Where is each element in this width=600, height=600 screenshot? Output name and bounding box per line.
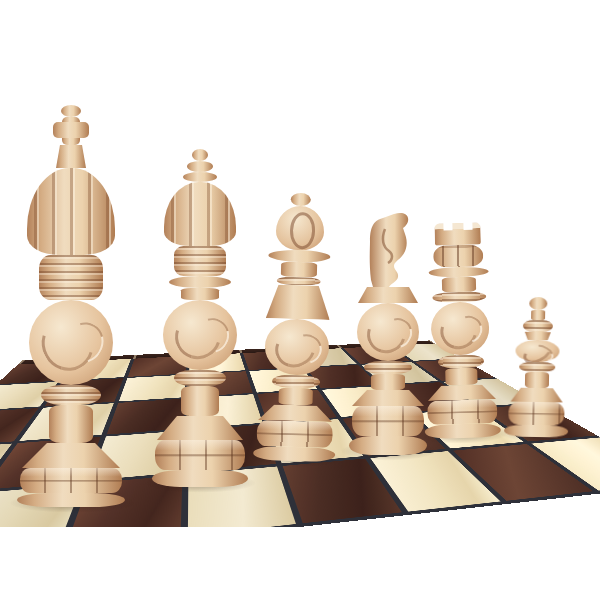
knight-base [352, 406, 424, 436]
pawn-head [529, 297, 547, 310]
rook-base [427, 399, 498, 425]
bishop-neck-ring [277, 276, 321, 285]
king-cross-knob [61, 105, 81, 117]
queen-base-flare [157, 416, 243, 440]
king-rings [41, 385, 101, 405]
pawn-base-flare [511, 388, 563, 403]
pawn-neck-ring [523, 320, 553, 333]
pawn-base [508, 402, 564, 426]
knight-stem [371, 374, 405, 390]
knight-base-bottom [349, 436, 427, 455]
pawn-taper [525, 332, 551, 340]
bishop-bell [266, 284, 331, 320]
rook-base-bottom [425, 423, 501, 439]
chess-set-photo: ♔ ♕ ♗ [0, 0, 600, 600]
pawn-stem [525, 372, 549, 388]
king-base [20, 468, 122, 493]
white-queen-piece: ♕ [152, 149, 248, 487]
king-cross-icon [53, 117, 89, 145]
bishop-finial [291, 193, 311, 207]
bishop-base [256, 420, 333, 448]
king-neck [56, 145, 86, 168]
king-base-flare [22, 443, 120, 468]
knight-collar [358, 287, 418, 303]
queen-finial-disc2 [183, 172, 217, 182]
queen-finial-disc1 [187, 161, 213, 172]
king-stem [49, 405, 93, 443]
rook-tower [433, 244, 484, 267]
rook-neck [442, 277, 476, 293]
pawn-neck [531, 310, 545, 320]
queen-stem [181, 386, 219, 416]
knight-carved-body [357, 303, 419, 361]
bishop-collar-disc [268, 249, 330, 263]
queen-base [155, 440, 245, 470]
bishop-base-flare [258, 404, 332, 422]
rook-battlements [434, 222, 481, 245]
king-base-bottom [17, 493, 125, 507]
cross-horizontal [53, 122, 89, 138]
queen-carved-body [163, 300, 237, 370]
king-collar [39, 255, 103, 300]
white-bishop-piece: ♗ [254, 192, 341, 462]
queen-finial-ball [192, 149, 208, 161]
knight-rings [364, 361, 412, 374]
pawn-base-bottom [504, 424, 568, 437]
white-rook-piece: ♖ [417, 222, 503, 439]
white-king-piece: ♔ [16, 105, 126, 507]
queen-collar-disc [169, 276, 231, 288]
queen-base-bottom [152, 470, 248, 487]
bishop-carved-body [264, 318, 329, 376]
bishop-base-bottom [253, 446, 335, 462]
queen-rings [174, 370, 226, 386]
rook-stem [445, 368, 477, 386]
king-crown [27, 168, 115, 255]
white-pawn-piece: ♙ [503, 296, 571, 437]
bishop-rings [272, 374, 320, 388]
queen-collar [174, 246, 226, 276]
knight-base-flare [352, 390, 424, 406]
pawn-rings [519, 362, 555, 373]
king-carved-body [29, 300, 113, 385]
bishop-neck [281, 262, 317, 278]
rook-rings [438, 354, 484, 368]
rook-carved-body [430, 301, 489, 356]
bishop-mitre [276, 205, 325, 250]
knight-head [361, 211, 415, 287]
queen-waist [181, 288, 219, 300]
queen-crown [164, 182, 236, 246]
pawn-carved-ball [515, 340, 559, 363]
bishop-stem [278, 388, 312, 406]
